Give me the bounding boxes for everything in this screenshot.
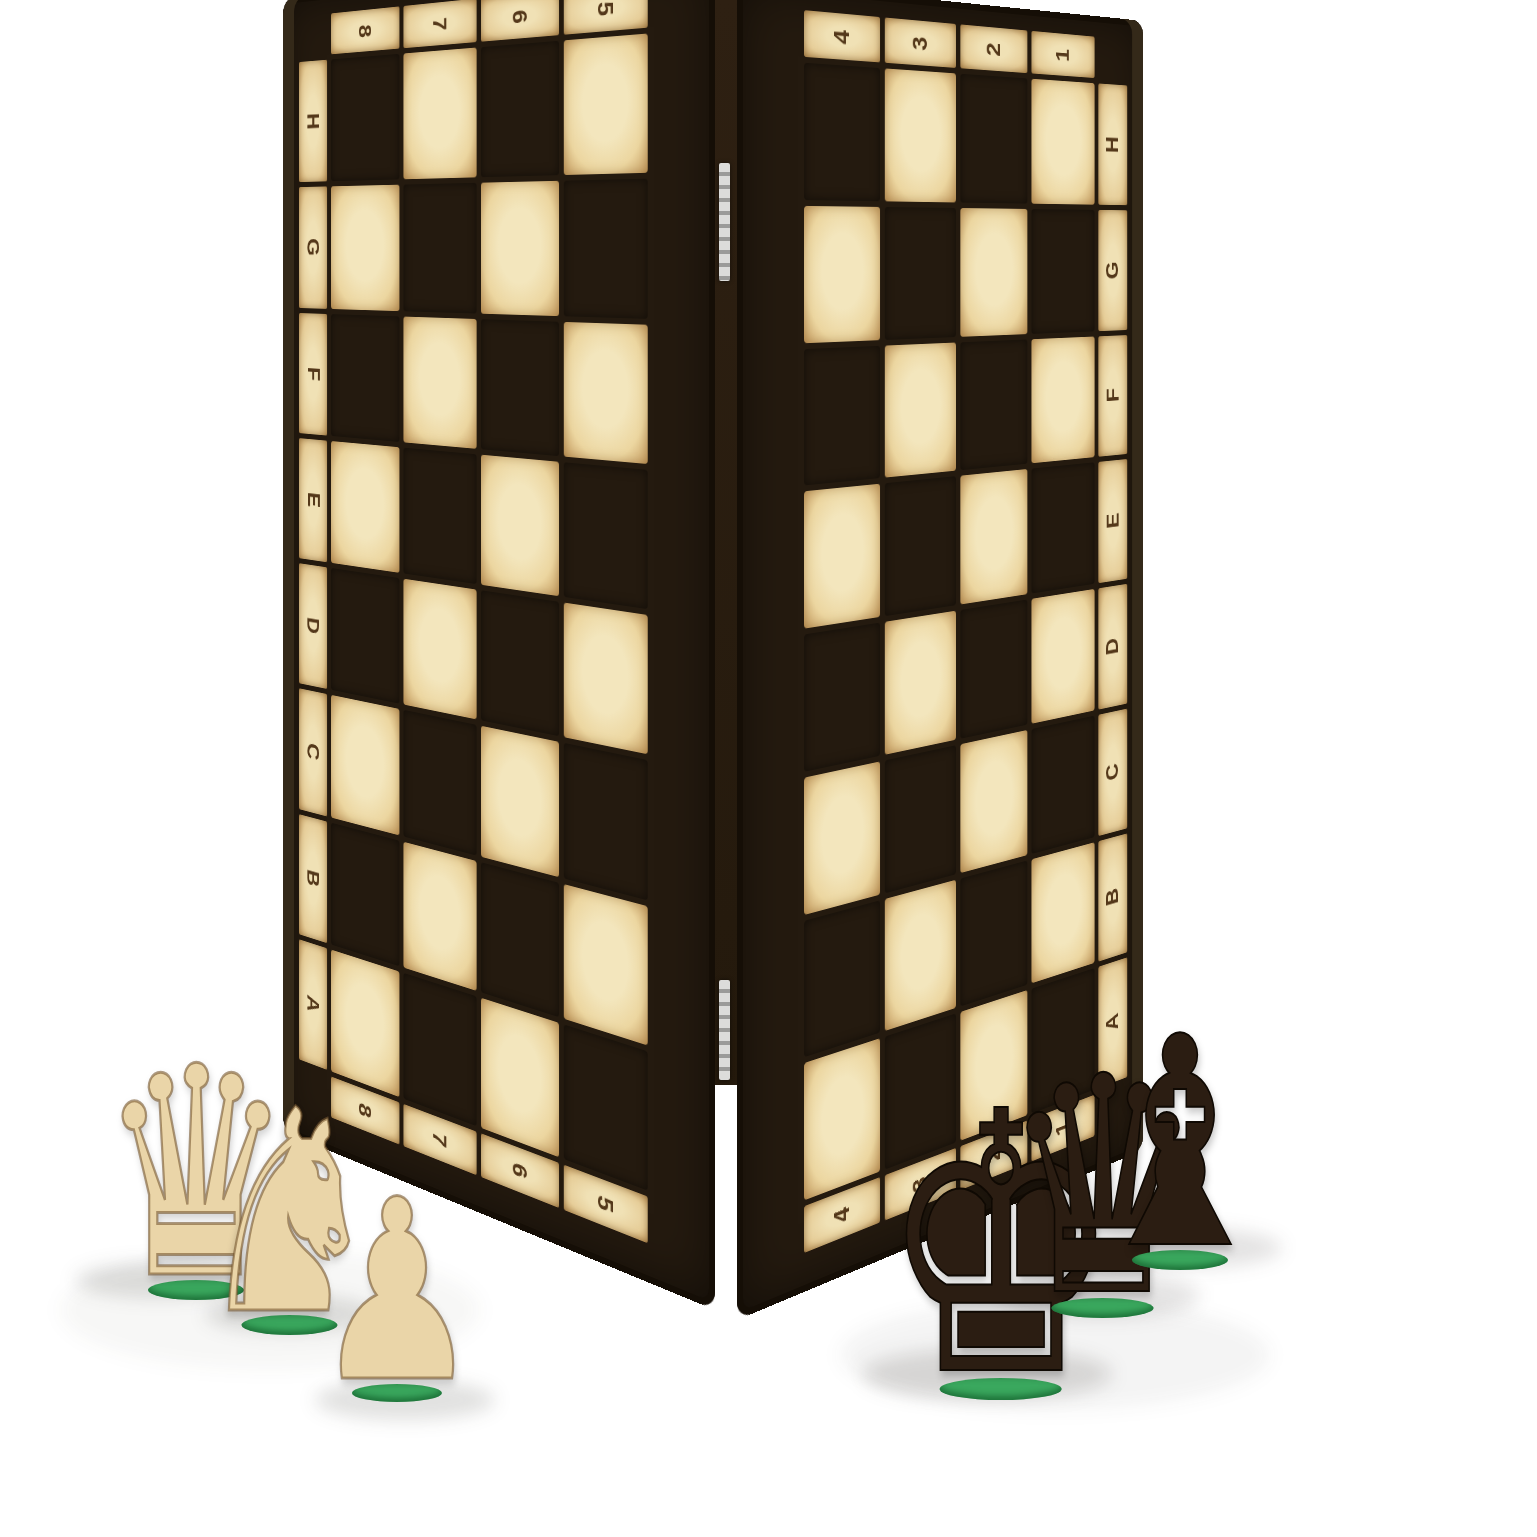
file-label-text: E [1104,512,1121,530]
file-label: F [299,313,327,436]
rank-label: 8 [331,6,399,54]
rank-label-text: 6 [509,1159,529,1181]
square-d1 [1031,589,1094,724]
rank-label-text: 3 [911,35,931,51]
square-f7 [403,316,476,449]
square-b8 [331,822,399,966]
file-label: G [299,187,327,309]
square-h4 [804,63,880,201]
file-label-text: D [1104,636,1121,656]
file-label-text: F [1104,388,1121,403]
rank-label-text: 5 [594,0,615,16]
file-label-text: C [1104,761,1121,782]
square-g8 [331,185,399,311]
file-label-text: B [1104,886,1121,908]
rank-label-text: 1 [1055,47,1073,62]
square-c4 [804,761,880,914]
square-c5 [564,743,648,900]
rank-label: 3 [885,17,956,67]
square-e4 [804,484,880,629]
square-h6 [481,41,559,178]
square-f3 [885,342,956,478]
square-g6 [481,181,559,316]
square-e8 [331,441,399,573]
square-d2 [960,599,1027,738]
frame-corner [1098,37,1127,80]
rank-label: 4 [804,10,880,62]
square-f5 [564,321,648,463]
chess-set-photo: 8765HGFEDCBA8765 4321HGFEDCBA4321 ♛♞♟♚♛♝ [0,0,1537,1537]
square-c6 [481,726,559,877]
square-h1 [1031,79,1094,205]
square-d7 [403,579,476,720]
square-e2 [960,469,1027,604]
file-label-text: B [305,867,322,888]
file-label-text: E [305,491,322,508]
hinge-icon [719,980,730,1080]
file-label-text: H [305,113,322,130]
square-e1 [1031,463,1094,594]
square-b1 [1031,842,1094,984]
rank-label-text: 2 [985,42,1004,57]
file-label-text: A [305,993,322,1015]
rank-label: 1 [1031,31,1094,78]
file-label: B [1098,833,1127,962]
square-e6 [481,454,559,596]
square-c3 [885,745,956,893]
file-label: D [1098,584,1127,710]
black-bishop-piece: ♝ [1050,999,1310,1289]
file-label: C [299,688,327,816]
black-bishop-glyph: ♝ [1083,999,1278,1289]
square-e7 [403,447,476,584]
square-c7 [403,710,476,855]
file-label-text: G [1104,261,1121,279]
file-label: C [1098,708,1127,835]
white-pawn-glyph: ♟ [313,1167,481,1417]
square-b7 [403,841,476,990]
file-label-text: G [305,239,322,257]
file-label-text: D [305,616,322,635]
frame-corner [299,14,327,57]
file-label-text: H [1104,136,1121,153]
square-h3 [885,68,956,202]
square-f8 [331,314,399,442]
square-c8 [331,695,399,835]
square-h5 [564,34,648,176]
square-h8 [331,54,399,182]
square-b3 [885,879,956,1031]
square-f6 [481,319,559,456]
file-label: E [1098,459,1127,583]
square-e3 [885,476,956,616]
square-g7 [403,183,476,313]
square-d4 [804,623,880,772]
file-label: E [299,438,327,562]
rank-label-text: 6 [509,8,529,24]
square-h7 [403,48,476,180]
file-label: G [1098,210,1127,331]
file-label-text: F [305,366,322,381]
square-c2 [960,730,1027,873]
square-f4 [804,345,880,485]
square-g4 [804,206,880,343]
square-b2 [960,860,1027,1007]
square-d6 [481,590,559,736]
square-a5 [564,1024,648,1191]
square-g5 [564,179,648,319]
square-d8 [331,568,399,704]
rank-label-text: 4 [832,29,853,45]
rank-label: 5 [564,0,648,35]
rank-label-text: 7 [430,16,449,31]
square-g1 [1031,209,1094,334]
white-pawn-piece: ♟ [285,1167,509,1417]
file-label: F [1098,335,1127,457]
square-a6 [481,998,559,1158]
hinge-icon [719,163,730,281]
rank-label: 7 [403,0,476,48]
square-h2 [960,74,1027,204]
rank-label: 6 [481,0,559,42]
file-label: D [299,563,327,689]
rank-label-text: 5 [594,1192,615,1215]
square-c1 [1031,715,1094,853]
square-g3 [885,207,956,340]
rank-label-text: 8 [356,23,373,38]
file-label: B [299,814,327,943]
square-g2 [960,208,1027,337]
rank-label: 2 [960,24,1027,73]
file-label: H [299,60,327,183]
square-f2 [960,339,1027,470]
file-label: H [1098,83,1127,205]
square-b5 [564,884,648,1046]
square-d5 [564,603,648,755]
square-b4 [804,900,880,1058]
square-b6 [481,862,559,1017]
square-d3 [885,611,956,755]
square-f1 [1031,336,1094,463]
file-label-text: C [305,742,322,762]
square-e5 [564,462,648,609]
